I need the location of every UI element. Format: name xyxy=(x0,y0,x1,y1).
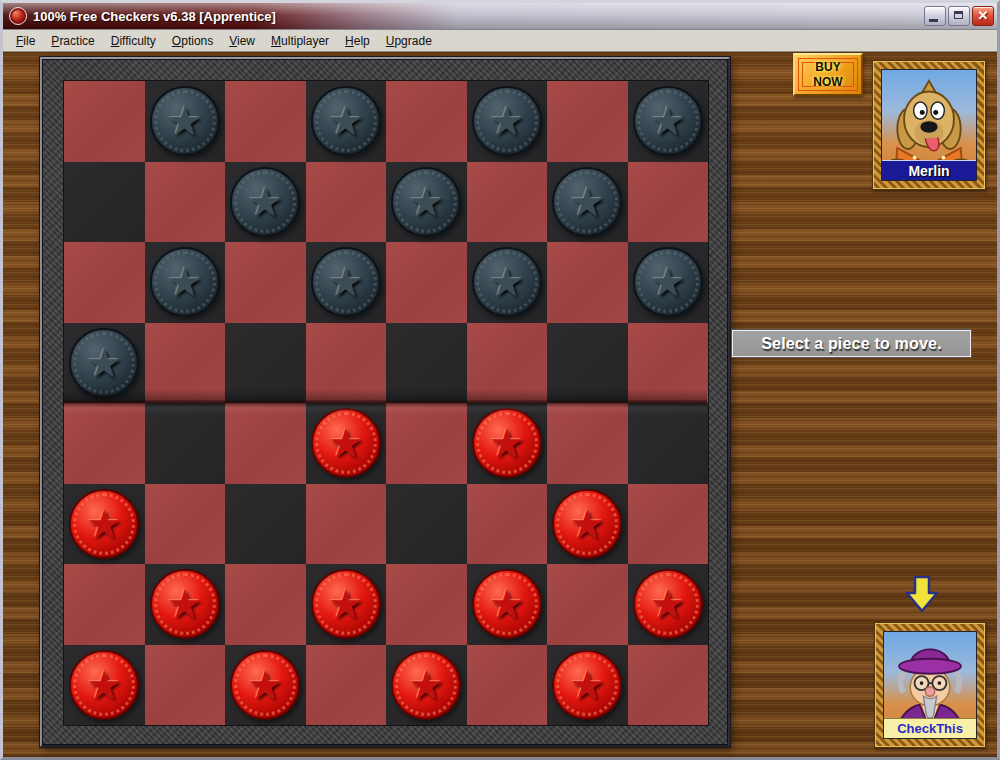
star-emboss-icon: ★ xyxy=(86,665,122,705)
square-0-2[interactable] xyxy=(225,81,306,162)
square-3-6[interactable] xyxy=(547,323,628,404)
red-checker-piece[interactable]: ★ xyxy=(311,408,381,478)
square-7-0[interactable]: ★ xyxy=(64,645,145,726)
square-0-6[interactable] xyxy=(547,81,628,162)
star-emboss-icon: ★ xyxy=(167,101,203,141)
player-avatar: CheckThis xyxy=(883,631,977,739)
menu-options[interactable]: Options xyxy=(164,32,221,50)
square-3-7[interactable] xyxy=(628,323,709,404)
square-2-1[interactable]: ★ xyxy=(145,242,226,323)
square-0-0[interactable] xyxy=(64,81,145,162)
square-4-0[interactable] xyxy=(64,403,145,484)
square-5-1[interactable] xyxy=(145,484,226,565)
square-0-4[interactable] xyxy=(386,81,467,162)
red-checker-piece[interactable]: ★ xyxy=(150,569,220,639)
square-2-7[interactable]: ★ xyxy=(628,242,709,323)
star-emboss-icon: ★ xyxy=(650,584,686,624)
square-1-3[interactable] xyxy=(306,162,387,243)
menu-multiplayer[interactable]: Multiplayer xyxy=(263,32,337,50)
menu-help[interactable]: Help xyxy=(337,32,378,50)
buy-now-button[interactable]: BUY NOW xyxy=(793,53,863,96)
star-emboss-icon: ★ xyxy=(569,182,605,222)
square-5-5[interactable] xyxy=(467,484,548,565)
square-4-7[interactable] xyxy=(628,403,709,484)
square-6-6[interactable] xyxy=(547,564,628,645)
window-controls: ✕ xyxy=(924,6,994,26)
dark-checker-piece[interactable]: ★ xyxy=(311,86,381,156)
square-3-1[interactable] xyxy=(145,323,226,404)
maximize-icon xyxy=(954,11,963,19)
menu-upgrade[interactable]: Upgrade xyxy=(378,32,440,50)
square-5-7[interactable] xyxy=(628,484,709,565)
app-window: 100% Free Checkers v6.38 [Apprentice] ✕ … xyxy=(0,0,1000,760)
star-emboss-icon: ★ xyxy=(489,423,525,463)
menubar: FilePracticeDifficultyOptionsViewMultipl… xyxy=(3,30,997,52)
star-emboss-icon: ★ xyxy=(328,262,364,302)
star-emboss-icon: ★ xyxy=(408,665,444,705)
square-5-3[interactable] xyxy=(306,484,387,565)
star-emboss-icon: ★ xyxy=(328,101,364,141)
star-emboss-icon: ★ xyxy=(328,584,364,624)
square-6-1[interactable]: ★ xyxy=(145,564,226,645)
dark-checker-piece[interactable]: ★ xyxy=(552,167,622,237)
opponent-portrait: Merlin xyxy=(872,60,986,190)
opponent-avatar: Merlin xyxy=(881,69,977,181)
red-checker-piece[interactable]: ★ xyxy=(391,650,461,720)
star-emboss-icon: ★ xyxy=(86,504,122,544)
red-checker-piece[interactable]: ★ xyxy=(552,489,622,559)
board-grid: ★★★★★★★★★★★★★★★★★★★★★★★★ xyxy=(63,80,709,726)
menu-practice[interactable]: Practice xyxy=(43,32,102,50)
red-checker-piece[interactable]: ★ xyxy=(69,650,139,720)
red-checker-piece[interactable]: ★ xyxy=(230,650,300,720)
dark-checker-piece[interactable]: ★ xyxy=(472,86,542,156)
square-4-3[interactable]: ★ xyxy=(306,403,387,484)
dark-checker-piece[interactable]: ★ xyxy=(391,167,461,237)
star-emboss-icon: ★ xyxy=(569,665,605,705)
dark-checker-piece[interactable]: ★ xyxy=(633,86,703,156)
square-2-5[interactable]: ★ xyxy=(467,242,548,323)
square-7-5[interactable] xyxy=(467,645,548,726)
square-4-6[interactable] xyxy=(547,403,628,484)
square-1-6[interactable]: ★ xyxy=(547,162,628,243)
menu-file[interactable]: File xyxy=(8,32,43,50)
square-5-2[interactable] xyxy=(225,484,306,565)
red-checker-piece[interactable]: ★ xyxy=(472,408,542,478)
board-frame: ★★★★★★★★★★★★★★★★★★★★★★★★ xyxy=(40,57,730,747)
red-checker-piece[interactable]: ★ xyxy=(633,569,703,639)
close-button[interactable]: ✕ xyxy=(972,6,994,26)
square-2-4[interactable] xyxy=(386,242,467,323)
star-emboss-icon: ★ xyxy=(489,584,525,624)
square-3-4[interactable] xyxy=(386,323,467,404)
dark-checker-piece[interactable]: ★ xyxy=(311,247,381,317)
game-area: ★★★★★★★★★★★★★★★★★★★★★★★★ BUY NOW xyxy=(3,52,997,757)
square-5-4[interactable] xyxy=(386,484,467,565)
square-6-5[interactable]: ★ xyxy=(467,564,548,645)
square-3-0[interactable]: ★ xyxy=(64,323,145,404)
star-emboss-icon: ★ xyxy=(247,665,283,705)
square-0-5[interactable]: ★ xyxy=(467,81,548,162)
square-0-7[interactable]: ★ xyxy=(628,81,709,162)
square-2-3[interactable]: ★ xyxy=(306,242,387,323)
square-6-4[interactable] xyxy=(386,564,467,645)
menu-view[interactable]: View xyxy=(221,32,263,50)
square-7-2[interactable]: ★ xyxy=(225,645,306,726)
dark-checker-piece[interactable]: ★ xyxy=(230,167,300,237)
star-emboss-icon: ★ xyxy=(167,584,203,624)
square-5-6[interactable]: ★ xyxy=(547,484,628,565)
dark-checker-piece[interactable]: ★ xyxy=(69,328,139,398)
red-checker-piece[interactable]: ★ xyxy=(69,489,139,559)
star-emboss-icon: ★ xyxy=(489,262,525,302)
square-1-4[interactable]: ★ xyxy=(386,162,467,243)
square-2-2[interactable] xyxy=(225,242,306,323)
square-1-1[interactable] xyxy=(145,162,226,243)
red-checker-piece[interactable]: ★ xyxy=(552,650,622,720)
dark-checker-piece[interactable]: ★ xyxy=(150,86,220,156)
square-4-1[interactable] xyxy=(145,403,226,484)
square-0-1[interactable]: ★ xyxy=(145,81,226,162)
square-6-0[interactable] xyxy=(64,564,145,645)
star-emboss-icon: ★ xyxy=(569,504,605,544)
square-4-4[interactable] xyxy=(386,403,467,484)
title-bar: 100% Free Checkers v6.38 [Apprentice] ✕ xyxy=(3,3,997,30)
window-title: 100% Free Checkers v6.38 [Apprentice] xyxy=(33,9,924,24)
dark-checker-piece[interactable]: ★ xyxy=(150,247,220,317)
star-emboss-icon: ★ xyxy=(408,182,444,222)
checker-app-icon xyxy=(9,7,27,25)
square-1-5[interactable] xyxy=(467,162,548,243)
status-message: Select a piece to move. xyxy=(732,330,971,357)
square-7-6[interactable]: ★ xyxy=(547,645,628,726)
star-emboss-icon: ★ xyxy=(650,101,686,141)
square-7-4[interactable]: ★ xyxy=(386,645,467,726)
square-7-7[interactable] xyxy=(628,645,709,726)
minimize-icon xyxy=(929,19,938,22)
square-3-2[interactable] xyxy=(225,323,306,404)
square-4-2[interactable] xyxy=(225,403,306,484)
square-7-3[interactable] xyxy=(306,645,387,726)
star-emboss-icon: ★ xyxy=(86,343,122,383)
star-emboss-icon: ★ xyxy=(247,182,283,222)
square-3-5[interactable] xyxy=(467,323,548,404)
opponent-name: Merlin xyxy=(882,160,976,180)
square-6-3[interactable]: ★ xyxy=(306,564,387,645)
player-portrait: CheckThis xyxy=(874,622,986,748)
star-emboss-icon: ★ xyxy=(328,423,364,463)
square-1-2[interactable]: ★ xyxy=(225,162,306,243)
red-checker-piece[interactable]: ★ xyxy=(472,569,542,639)
square-4-5[interactable]: ★ xyxy=(467,403,548,484)
square-1-0[interactable] xyxy=(64,162,145,243)
square-3-3[interactable] xyxy=(306,323,387,404)
square-7-1[interactable] xyxy=(145,645,226,726)
star-emboss-icon: ★ xyxy=(167,262,203,302)
menu-difficulty[interactable]: Difficulty xyxy=(103,32,164,50)
minimize-button[interactable] xyxy=(924,6,946,26)
square-6-2[interactable] xyxy=(225,564,306,645)
red-checker-piece[interactable]: ★ xyxy=(311,569,381,639)
dark-checker-piece[interactable]: ★ xyxy=(633,247,703,317)
dark-checker-piece[interactable]: ★ xyxy=(472,247,542,317)
square-2-0[interactable] xyxy=(64,242,145,323)
turn-indicator-down-arrow-icon xyxy=(906,576,938,613)
square-5-0[interactable]: ★ xyxy=(64,484,145,565)
square-1-7[interactable] xyxy=(628,162,709,243)
star-emboss-icon: ★ xyxy=(489,101,525,141)
square-2-6[interactable] xyxy=(547,242,628,323)
buy-now-label: BUY NOW xyxy=(808,60,848,89)
player-name: CheckThis xyxy=(884,718,976,738)
star-emboss-icon: ★ xyxy=(650,262,686,302)
square-6-7[interactable]: ★ xyxy=(628,564,709,645)
square-0-3[interactable]: ★ xyxy=(306,81,387,162)
maximize-button[interactable] xyxy=(948,6,970,26)
